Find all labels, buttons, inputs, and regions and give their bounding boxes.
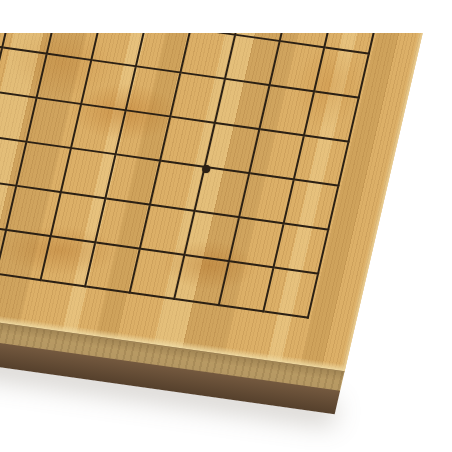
photo-crop-white-band [0,0,452,33]
grid-cell [295,136,350,186]
board-grid [0,0,452,319]
photo-canvas [0,0,452,452]
grid-cell [305,92,360,142]
grid-cell [264,268,319,318]
grid-cell [274,224,329,274]
board-surface [0,0,452,371]
grid-cell [315,48,370,98]
go-board-assembly [0,0,452,424]
grid-cell [284,180,339,230]
